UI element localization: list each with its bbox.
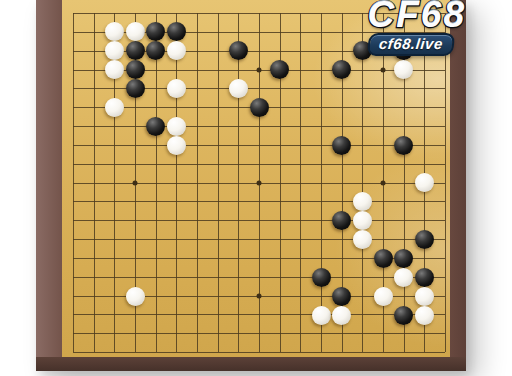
black-stone bbox=[229, 41, 248, 60]
white-stone bbox=[105, 60, 124, 79]
white-stone bbox=[332, 306, 351, 325]
black-stone bbox=[415, 268, 434, 287]
cf68-logo: CF68 bbox=[368, 0, 466, 34]
white-stone bbox=[167, 41, 186, 60]
white-stone bbox=[167, 79, 186, 98]
black-stone bbox=[312, 268, 331, 287]
white-stone bbox=[167, 117, 186, 136]
black-stone bbox=[415, 230, 434, 249]
white-stone bbox=[415, 173, 434, 192]
black-stone bbox=[374, 249, 393, 268]
page: { "game": "go", "board": { "size": 19, "… bbox=[0, 0, 512, 376]
white-stone bbox=[229, 79, 248, 98]
go-grid bbox=[63, 4, 456, 362]
white-stone bbox=[374, 287, 393, 306]
black-stone bbox=[126, 60, 145, 79]
black-stone bbox=[167, 22, 186, 41]
white-stone bbox=[167, 136, 186, 155]
white-stone bbox=[105, 22, 124, 41]
black-stone bbox=[332, 287, 351, 306]
black-stone bbox=[270, 60, 289, 79]
white-stone bbox=[394, 268, 413, 287]
white-stone bbox=[415, 287, 434, 306]
white-stone bbox=[126, 22, 145, 41]
black-stone bbox=[146, 41, 165, 60]
black-stone bbox=[332, 136, 351, 155]
white-stone bbox=[353, 211, 372, 230]
white-stone bbox=[126, 287, 145, 306]
white-stone bbox=[353, 230, 372, 249]
cf68-site-badge: cf68.live bbox=[367, 33, 455, 56]
black-stone bbox=[394, 249, 413, 268]
black-stone bbox=[126, 41, 145, 60]
black-stone bbox=[146, 117, 165, 136]
black-stone bbox=[394, 136, 413, 155]
black-stone bbox=[146, 22, 165, 41]
black-stone bbox=[250, 98, 269, 117]
white-stone bbox=[312, 306, 331, 325]
black-stone bbox=[126, 79, 145, 98]
white-stone bbox=[415, 306, 434, 325]
white-stone bbox=[353, 192, 372, 211]
white-stone bbox=[105, 41, 124, 60]
cf68-site-text: cf68.live bbox=[378, 35, 444, 52]
black-stone bbox=[332, 60, 351, 79]
black-stone bbox=[394, 306, 413, 325]
white-stone bbox=[105, 98, 124, 117]
white-stone bbox=[394, 60, 413, 79]
black-stone bbox=[332, 211, 351, 230]
